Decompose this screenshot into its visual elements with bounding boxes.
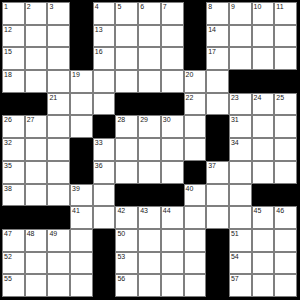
clue-number: 13 — [95, 26, 103, 34]
white-cell[interactable] — [229, 47, 252, 70]
black-cell — [206, 274, 229, 297]
white-cell[interactable]: 4 — [93, 2, 116, 25]
white-cell[interactable] — [274, 274, 297, 297]
white-cell[interactable]: 8 — [206, 2, 229, 25]
white-cell[interactable]: 34 — [229, 138, 252, 161]
white-cell[interactable] — [47, 25, 70, 48]
white-cell[interactable] — [252, 25, 275, 48]
clue-number: 27 — [27, 116, 35, 124]
clue-number: 30 — [163, 116, 171, 124]
black-cell — [115, 184, 138, 207]
black-cell — [274, 70, 297, 93]
white-cell[interactable]: 13 — [93, 25, 116, 48]
white-cell[interactable]: 3 — [47, 2, 70, 25]
white-cell[interactable]: 55 — [2, 274, 25, 297]
black-cell — [70, 138, 93, 161]
clue-number: 14 — [208, 26, 216, 34]
white-cell[interactable] — [252, 161, 275, 184]
black-cell — [161, 184, 184, 207]
white-cell[interactable] — [138, 252, 161, 275]
clue-number: 44 — [163, 207, 171, 215]
white-cell[interactable]: 11 — [274, 2, 297, 25]
crossword-grid: 1234567891011121314151617181920212223242… — [0, 0, 300, 300]
clue-number: 24 — [254, 94, 262, 102]
white-cell[interactable]: 25 — [274, 93, 297, 116]
white-cell[interactable]: 10 — [252, 2, 275, 25]
white-cell[interactable] — [93, 70, 116, 93]
white-cell[interactable]: 7 — [161, 2, 184, 25]
clue-number: 31 — [231, 116, 239, 124]
white-cell[interactable] — [25, 138, 48, 161]
clue-number: 36 — [95, 162, 103, 170]
white-cell[interactable]: 31 — [229, 115, 252, 138]
clue-number: 20 — [186, 71, 194, 79]
white-cell[interactable]: 45 — [252, 206, 275, 229]
clue-number: 5 — [117, 3, 121, 11]
clue-number: 2 — [27, 3, 31, 11]
white-cell[interactable]: 41 — [70, 206, 93, 229]
clue-number: 48 — [27, 230, 35, 238]
white-cell[interactable] — [184, 206, 207, 229]
white-cell[interactable]: 33 — [93, 138, 116, 161]
black-cell — [93, 252, 116, 275]
clue-number: 26 — [4, 116, 12, 124]
clue-number: 50 — [117, 230, 125, 238]
black-cell — [274, 184, 297, 207]
white-cell[interactable]: 23 — [229, 93, 252, 116]
white-cell[interactable] — [274, 115, 297, 138]
clue-number: 12 — [4, 26, 12, 34]
black-cell — [47, 206, 70, 229]
white-cell[interactable]: 37 — [206, 161, 229, 184]
white-cell[interactable] — [161, 25, 184, 48]
white-cell[interactable] — [115, 161, 138, 184]
white-cell[interactable] — [184, 252, 207, 275]
clue-number: 29 — [140, 116, 148, 124]
white-cell[interactable] — [274, 138, 297, 161]
clue-number: 35 — [4, 162, 12, 170]
white-cell[interactable] — [161, 252, 184, 275]
white-cell[interactable]: 30 — [161, 115, 184, 138]
black-cell — [2, 206, 25, 229]
white-cell[interactable]: 52 — [2, 252, 25, 275]
white-cell[interactable] — [115, 47, 138, 70]
black-cell — [184, 161, 207, 184]
white-cell[interactable] — [93, 206, 116, 229]
white-cell[interactable] — [25, 70, 48, 93]
white-cell[interactable] — [252, 138, 275, 161]
clue-number: 42 — [117, 207, 125, 215]
white-cell[interactable] — [93, 184, 116, 207]
white-cell[interactable]: 38 — [2, 184, 25, 207]
white-cell[interactable]: 15 — [2, 47, 25, 70]
white-cell[interactable]: 39 — [70, 184, 93, 207]
white-cell[interactable]: 47 — [2, 229, 25, 252]
clue-number: 41 — [72, 207, 80, 215]
clue-number: 34 — [231, 139, 239, 147]
white-cell[interactable]: 28 — [115, 115, 138, 138]
white-cell[interactable]: 53 — [115, 252, 138, 275]
black-cell — [184, 47, 207, 70]
black-cell — [206, 252, 229, 275]
white-cell[interactable]: 19 — [70, 70, 93, 93]
white-cell[interactable] — [70, 229, 93, 252]
black-cell — [70, 2, 93, 25]
white-cell[interactable] — [47, 138, 70, 161]
white-cell[interactable]: 56 — [115, 274, 138, 297]
white-cell[interactable] — [274, 25, 297, 48]
black-cell — [93, 115, 116, 138]
white-cell[interactable] — [138, 70, 161, 93]
white-cell[interactable]: 22 — [184, 93, 207, 116]
white-cell[interactable] — [184, 138, 207, 161]
black-cell — [25, 93, 48, 116]
clue-number: 54 — [231, 253, 239, 261]
clue-number: 53 — [117, 253, 125, 261]
white-cell[interactable] — [206, 206, 229, 229]
white-cell[interactable]: 12 — [2, 25, 25, 48]
white-cell[interactable]: 1 — [2, 2, 25, 25]
white-cell[interactable]: 49 — [47, 229, 70, 252]
clue-number: 7 — [163, 3, 167, 11]
black-cell — [184, 2, 207, 25]
white-cell[interactable] — [274, 252, 297, 275]
white-cell[interactable] — [229, 206, 252, 229]
white-cell[interactable]: 35 — [2, 161, 25, 184]
white-cell[interactable] — [47, 161, 70, 184]
white-cell[interactable] — [115, 70, 138, 93]
clue-number: 28 — [117, 116, 125, 124]
black-cell — [70, 47, 93, 70]
black-cell — [138, 184, 161, 207]
white-cell[interactable]: 44 — [161, 206, 184, 229]
clue-number: 38 — [4, 185, 12, 193]
white-cell[interactable] — [25, 25, 48, 48]
white-cell[interactable] — [161, 161, 184, 184]
white-cell[interactable] — [252, 115, 275, 138]
white-cell[interactable]: 26 — [2, 115, 25, 138]
white-cell[interactable] — [184, 274, 207, 297]
clue-number: 8 — [208, 3, 212, 11]
white-cell[interactable]: 6 — [138, 2, 161, 25]
clue-number: 1 — [4, 3, 8, 11]
white-cell[interactable] — [229, 161, 252, 184]
black-cell — [252, 184, 275, 207]
white-cell[interactable]: 54 — [229, 252, 252, 275]
white-cell[interactable] — [47, 184, 70, 207]
clue-number: 16 — [95, 48, 103, 56]
white-cell[interactable]: 16 — [93, 47, 116, 70]
white-cell[interactable] — [47, 70, 70, 93]
black-cell — [229, 70, 252, 93]
clue-number: 52 — [4, 253, 12, 261]
white-cell[interactable] — [161, 70, 184, 93]
white-cell[interactable] — [252, 229, 275, 252]
black-cell — [70, 25, 93, 48]
white-cell[interactable] — [138, 229, 161, 252]
clue-number: 43 — [140, 207, 148, 215]
clue-number: 19 — [72, 71, 80, 79]
white-cell[interactable]: 27 — [25, 115, 48, 138]
clue-number: 55 — [4, 275, 12, 283]
white-cell[interactable] — [70, 274, 93, 297]
white-cell[interactable] — [252, 274, 275, 297]
white-cell[interactable] — [70, 252, 93, 275]
white-cell[interactable] — [229, 25, 252, 48]
white-cell[interactable] — [93, 93, 116, 116]
white-cell[interactable]: 29 — [138, 115, 161, 138]
clue-number: 25 — [276, 94, 284, 102]
clue-number: 40 — [186, 185, 194, 193]
white-cell[interactable] — [274, 229, 297, 252]
clue-number: 11 — [276, 3, 283, 11]
white-cell[interactable]: 20 — [184, 70, 207, 93]
clue-number: 39 — [72, 185, 80, 193]
white-cell[interactable] — [138, 274, 161, 297]
white-cell[interactable]: 17 — [206, 47, 229, 70]
white-cell[interactable] — [161, 229, 184, 252]
clue-number: 47 — [4, 230, 12, 238]
white-cell[interactable] — [25, 47, 48, 70]
white-cell[interactable]: 21 — [47, 93, 70, 116]
white-cell[interactable] — [25, 252, 48, 275]
clue-number: 6 — [140, 3, 144, 11]
white-cell[interactable] — [47, 47, 70, 70]
white-cell[interactable] — [115, 25, 138, 48]
clue-number: 51 — [231, 230, 239, 238]
white-cell[interactable]: 18 — [2, 70, 25, 93]
clue-number: 3 — [49, 3, 53, 11]
white-cell[interactable]: 43 — [138, 206, 161, 229]
black-cell — [206, 229, 229, 252]
white-cell[interactable] — [138, 161, 161, 184]
white-cell[interactable] — [70, 115, 93, 138]
black-cell — [93, 274, 116, 297]
white-cell[interactable] — [206, 93, 229, 116]
clue-number: 9 — [231, 3, 235, 11]
clue-number: 21 — [49, 94, 57, 102]
black-cell — [115, 93, 138, 116]
white-cell[interactable] — [25, 184, 48, 207]
white-cell[interactable] — [25, 161, 48, 184]
clue-number: 4 — [95, 3, 99, 11]
white-cell[interactable] — [138, 25, 161, 48]
black-cell — [138, 93, 161, 116]
black-cell — [206, 138, 229, 161]
white-cell[interactable]: 57 — [229, 274, 252, 297]
white-cell[interactable]: 40 — [184, 184, 207, 207]
white-cell[interactable] — [47, 252, 70, 275]
white-cell[interactable] — [252, 47, 275, 70]
clue-number: 56 — [117, 275, 125, 283]
white-cell[interactable] — [47, 274, 70, 297]
black-cell — [252, 70, 275, 93]
black-cell — [184, 25, 207, 48]
white-cell[interactable] — [274, 161, 297, 184]
white-cell[interactable] — [138, 47, 161, 70]
white-cell[interactable] — [138, 138, 161, 161]
white-cell[interactable] — [70, 93, 93, 116]
clue-number: 15 — [4, 48, 12, 56]
clue-number: 57 — [231, 275, 239, 283]
clue-number: 46 — [276, 207, 284, 215]
white-cell[interactable]: 32 — [2, 138, 25, 161]
white-cell[interactable] — [161, 138, 184, 161]
white-cell[interactable]: 9 — [229, 2, 252, 25]
black-cell — [70, 161, 93, 184]
clue-number: 49 — [49, 230, 57, 238]
clue-number: 37 — [208, 162, 216, 170]
white-cell[interactable]: 5 — [115, 2, 138, 25]
white-cell[interactable]: 36 — [93, 161, 116, 184]
white-cell[interactable]: 50 — [115, 229, 138, 252]
black-cell — [161, 93, 184, 116]
white-cell[interactable]: 2 — [25, 2, 48, 25]
white-cell[interactable]: 24 — [252, 93, 275, 116]
clue-number: 23 — [231, 94, 239, 102]
clue-number: 17 — [208, 48, 216, 56]
white-cell[interactable] — [206, 184, 229, 207]
black-cell — [2, 93, 25, 116]
black-cell — [206, 115, 229, 138]
black-cell — [93, 229, 116, 252]
clue-number: 18 — [4, 71, 12, 79]
white-cell[interactable]: 14 — [206, 25, 229, 48]
white-cell[interactable] — [115, 138, 138, 161]
white-cell[interactable] — [206, 70, 229, 93]
white-cell[interactable] — [229, 184, 252, 207]
white-cell[interactable]: 51 — [229, 229, 252, 252]
white-cell[interactable] — [274, 47, 297, 70]
clue-number: 33 — [95, 139, 103, 147]
white-cell[interactable]: 42 — [115, 206, 138, 229]
clue-number: 45 — [254, 207, 262, 215]
white-cell[interactable] — [47, 115, 70, 138]
black-cell — [25, 206, 48, 229]
clue-number: 10 — [254, 3, 262, 11]
white-cell[interactable] — [184, 115, 207, 138]
white-cell[interactable] — [161, 274, 184, 297]
white-cell[interactable] — [161, 47, 184, 70]
white-cell[interactable] — [184, 229, 207, 252]
white-cell[interactable] — [25, 274, 48, 297]
white-cell[interactable]: 48 — [25, 229, 48, 252]
white-cell[interactable] — [252, 252, 275, 275]
clue-number: 32 — [4, 139, 12, 147]
white-cell[interactable]: 46 — [274, 206, 297, 229]
clue-number: 22 — [186, 94, 194, 102]
